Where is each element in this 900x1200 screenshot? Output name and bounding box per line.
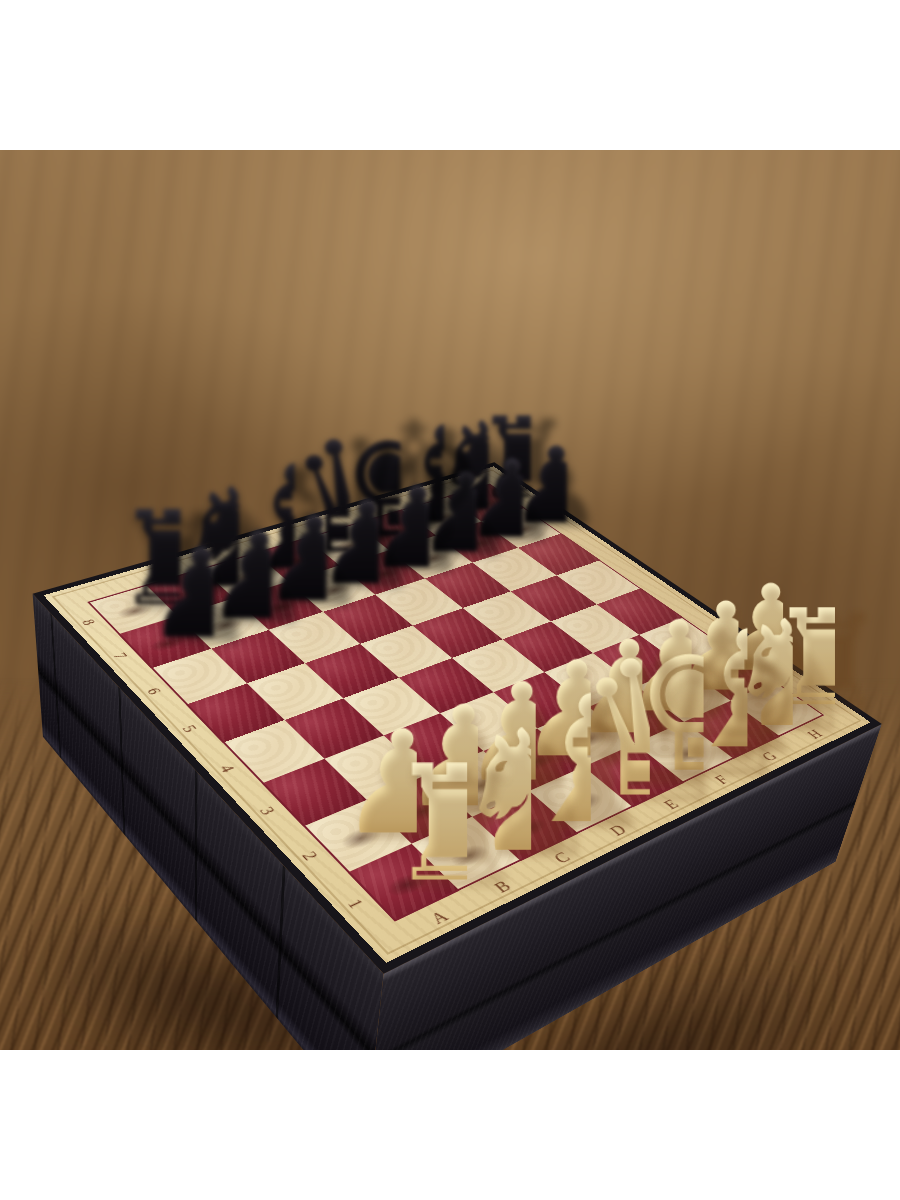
photo-matte: 8♜♞♝♛♚♝♞♜7♟♟♟♟♟♟♟♟65432♟♟♟♟♟♟♟♟1♜♞♝♛♚♝♞♜… — [0, 0, 900, 1200]
piece-contact-shadow — [612, 702, 667, 732]
piece-contact-shadow — [498, 810, 560, 848]
piece-contact-shadow — [391, 793, 453, 830]
piece-contact-shadow — [374, 521, 422, 542]
rank-label-text: 5 — [177, 723, 201, 735]
rank-label-text: 1 — [341, 896, 367, 912]
piece-contact-shadow — [501, 519, 548, 540]
piece-contact-shadow — [325, 535, 375, 557]
chess-box: 8♜♞♝♛♚♝♞♜7♟♟♟♟♟♟♟♟65432♟♟♟♟♟♟♟♟1♜♞♝♛♚♝♞♜… — [33, 462, 882, 973]
piece-contact-shadow — [359, 562, 410, 586]
piece-contact-shadow — [609, 761, 667, 795]
file-label-text: E — [660, 796, 684, 813]
rank-label-text: 7 — [108, 651, 131, 661]
piece-contact-shadow — [165, 581, 219, 606]
piece-contact-shadow — [107, 598, 163, 624]
file-label-text: C — [550, 849, 575, 868]
rank-label-text: 4 — [214, 762, 239, 775]
piece-contact-shadow — [254, 595, 308, 621]
piece-contact-shadow — [374, 864, 440, 906]
piece-contact-shadow — [755, 696, 808, 726]
white-rook-h1: ♜ — [768, 592, 835, 725]
piece-contact-shadow — [707, 662, 759, 690]
piece-contact-shadow — [660, 738, 716, 770]
rank-label-text: 8 — [77, 618, 99, 628]
rank-label-text: 6 — [141, 686, 165, 697]
file-label-text: D — [606, 822, 632, 840]
file-label-text: B — [490, 877, 516, 897]
piece-contact-shadow — [456, 533, 504, 555]
piece-contact-shadow — [451, 768, 511, 803]
piece-contact-shadow — [420, 507, 467, 528]
piece-contact-shadow — [328, 819, 393, 858]
piece-contact-shadow — [409, 547, 458, 570]
piece-contact-shadow — [437, 836, 501, 876]
piece-contact-shadow — [308, 578, 360, 603]
piece-contact-shadow — [274, 550, 325, 573]
piece-contact-shadow — [138, 630, 195, 658]
rank-label-text: 2 — [296, 849, 322, 864]
photograph: 8♜♞♝♛♚♝♞♜7♟♟♟♟♟♟♟♟65432♟♟♟♟♟♟♟♟1♜♞♝♛♚♝♞♜… — [0, 150, 900, 1050]
rank-label-text: 3 — [254, 804, 279, 818]
piece-contact-shadow — [708, 716, 762, 747]
piece-contact-shadow — [198, 612, 253, 639]
border-corner — [825, 705, 871, 732]
piece-contact-shadow — [661, 682, 714, 711]
file-label-text: H — [803, 727, 827, 742]
scene: 8♜♞♝♛♚♝♞♜7♟♟♟♟♟♟♟♟65432♟♟♟♟♟♟♟♟1♜♞♝♛♚♝♞♜… — [0, 150, 900, 1050]
file-label-text: G — [758, 749, 782, 765]
piece-contact-shadow — [507, 745, 565, 778]
piece-contact-shadow — [221, 565, 274, 589]
file-label-text: F — [711, 772, 734, 787]
file-label-text: A — [426, 907, 453, 928]
piece-contact-shadow — [555, 784, 615, 820]
piece-contact-shadow — [465, 494, 511, 514]
piece-contact-shadow — [561, 723, 618, 755]
